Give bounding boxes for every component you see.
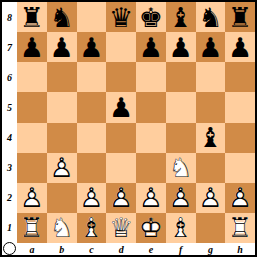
square-a7[interactable]: ♟: [17, 32, 47, 62]
square-d6[interactable]: [106, 62, 136, 92]
square-d8[interactable]: ♛: [106, 2, 136, 32]
square-g3[interactable]: [196, 153, 226, 183]
rank-label-1: 1: [2, 213, 17, 243]
white-bishop: ♗: [166, 213, 196, 243]
white-king: ♔: [136, 213, 166, 243]
square-c6[interactable]: [77, 62, 107, 92]
rank-label-7: 7: [2, 32, 17, 62]
square-e5[interactable]: [136, 92, 166, 122]
square-g1[interactable]: [196, 213, 226, 243]
square-h3[interactable]: [225, 153, 255, 183]
black-bishop: ♝: [166, 2, 196, 32]
white-rook-fill: ♜: [225, 213, 255, 243]
white-queen: ♕: [106, 213, 136, 243]
square-h7[interactable]: ♟: [225, 32, 255, 62]
rank-label-6: 6: [2, 62, 17, 92]
file-label-g: g: [196, 243, 226, 255]
rank-label-3: 3: [2, 153, 17, 183]
square-d5[interactable]: ♟: [106, 92, 136, 122]
black-pawn: ♟: [196, 32, 226, 62]
square-f7[interactable]: ♟: [166, 32, 196, 62]
chess-board: 8♜♞♛♚♝♞♜7♟♟♟♟♟♟♟65♟4♝3♟♙♞♘2♟♙♟♙♟♙♟♙♟♙♟♙♟…: [2, 2, 255, 255]
white-pawn-fill: ♟: [225, 183, 255, 213]
white-knight: ♘: [47, 213, 77, 243]
square-a5[interactable]: [17, 92, 47, 122]
square-h8[interactable]: ♜: [225, 2, 255, 32]
white-pawn: ♙: [106, 183, 136, 213]
square-h2[interactable]: ♟♙: [225, 183, 255, 213]
square-e4[interactable]: [136, 123, 166, 153]
square-b8[interactable]: ♞: [47, 2, 77, 32]
square-h1[interactable]: ♜♖: [225, 213, 255, 243]
black-knight: ♞: [47, 2, 77, 32]
black-rook: ♜: [17, 2, 47, 32]
board-corner: [2, 243, 17, 255]
black-pawn: ♟: [47, 32, 77, 62]
square-a3[interactable]: [17, 153, 47, 183]
square-b1[interactable]: ♞♘: [47, 213, 77, 243]
black-pawn: ♟: [106, 92, 136, 122]
square-b7[interactable]: ♟: [47, 32, 77, 62]
white-queen-fill: ♛: [106, 213, 136, 243]
file-label-e: e: [136, 243, 166, 255]
white-pawn-fill: ♟: [77, 183, 107, 213]
white-pawn: ♙: [47, 153, 77, 183]
white-bishop-fill: ♝: [166, 213, 196, 243]
black-knight: ♞: [196, 2, 226, 32]
square-g2[interactable]: ♟♙: [196, 183, 226, 213]
square-e6[interactable]: [136, 62, 166, 92]
white-pawn: ♙: [166, 183, 196, 213]
white-pawn: ♙: [77, 183, 107, 213]
white-bishop-fill: ♝: [77, 213, 107, 243]
square-b5[interactable]: [47, 92, 77, 122]
white-pawn-fill: ♟: [47, 153, 77, 183]
square-h4[interactable]: [225, 123, 255, 153]
file-label-h: h: [225, 243, 255, 255]
white-rook: ♖: [17, 213, 47, 243]
rank-label-4: 4: [2, 123, 17, 153]
square-d1[interactable]: ♛♕: [106, 213, 136, 243]
chess-board-frame: 8♜♞♛♚♝♞♜7♟♟♟♟♟♟♟65♟4♝3♟♙♞♘2♟♙♟♙♟♙♟♙♟♙♟♙♟…: [0, 0, 257, 257]
square-c8[interactable]: [77, 2, 107, 32]
square-g8[interactable]: ♞: [196, 2, 226, 32]
square-c1[interactable]: ♝♗: [77, 213, 107, 243]
square-c4[interactable]: [77, 123, 107, 153]
file-label-a: a: [17, 243, 47, 255]
square-e2[interactable]: ♟♙: [136, 183, 166, 213]
white-to-move-indicator: [3, 242, 16, 255]
white-bishop: ♗: [77, 213, 107, 243]
square-d4[interactable]: [106, 123, 136, 153]
white-knight: ♘: [166, 153, 196, 183]
square-g6[interactable]: [196, 62, 226, 92]
square-e3[interactable]: [136, 153, 166, 183]
black-king: ♚: [136, 2, 166, 32]
square-f1[interactable]: ♝♗: [166, 213, 196, 243]
square-a8[interactable]: ♜: [17, 2, 47, 32]
white-pawn-fill: ♟: [136, 183, 166, 213]
white-rook: ♖: [225, 213, 255, 243]
white-pawn-fill: ♟: [166, 183, 196, 213]
white-pawn-fill: ♟: [17, 183, 47, 213]
square-f5[interactable]: [166, 92, 196, 122]
rank-label-5: 5: [2, 92, 17, 122]
black-pawn: ♟: [17, 32, 47, 62]
square-e1[interactable]: ♚♔: [136, 213, 166, 243]
rank-label-8: 8: [2, 2, 17, 32]
square-c5[interactable]: [77, 92, 107, 122]
square-b2[interactable]: [47, 183, 77, 213]
file-label-d: d: [106, 243, 136, 255]
white-pawn: ♙: [17, 183, 47, 213]
square-a1[interactable]: ♜♖: [17, 213, 47, 243]
square-g5[interactable]: [196, 92, 226, 122]
square-e8[interactable]: ♚: [136, 2, 166, 32]
black-pawn: ♟: [225, 32, 255, 62]
black-pawn: ♟: [77, 32, 107, 62]
square-g7[interactable]: ♟: [196, 32, 226, 62]
square-c3[interactable]: [77, 153, 107, 183]
white-pawn: ♙: [196, 183, 226, 213]
square-a2[interactable]: ♟♙: [17, 183, 47, 213]
white-pawn-fill: ♟: [196, 183, 226, 213]
black-pawn: ♟: [166, 32, 196, 62]
rank-label-2: 2: [2, 183, 17, 213]
square-f4[interactable]: [166, 123, 196, 153]
square-d3[interactable]: [106, 153, 136, 183]
square-h6[interactable]: [225, 62, 255, 92]
black-rook: ♜: [225, 2, 255, 32]
square-c2[interactable]: ♟♙: [77, 183, 107, 213]
square-f3[interactable]: ♞♘: [166, 153, 196, 183]
file-label-f: f: [166, 243, 196, 255]
square-f6[interactable]: [166, 62, 196, 92]
white-knight-fill: ♞: [47, 213, 77, 243]
black-bishop: ♝: [196, 123, 226, 153]
white-king-fill: ♚: [136, 213, 166, 243]
square-b4[interactable]: [47, 123, 77, 153]
square-f8[interactable]: ♝: [166, 2, 196, 32]
square-b6[interactable]: [47, 62, 77, 92]
square-d7[interactable]: [106, 32, 136, 62]
black-pawn: ♟: [136, 32, 166, 62]
square-a4[interactable]: [17, 123, 47, 153]
square-f2[interactable]: ♟♙: [166, 183, 196, 213]
white-pawn: ♙: [225, 183, 255, 213]
square-b3[interactable]: ♟♙: [47, 153, 77, 183]
square-e7[interactable]: ♟: [136, 32, 166, 62]
square-a6[interactable]: [17, 62, 47, 92]
white-knight-fill: ♞: [166, 153, 196, 183]
white-rook-fill: ♜: [17, 213, 47, 243]
file-label-c: c: [77, 243, 107, 255]
square-h5[interactable]: [225, 92, 255, 122]
square-c7[interactable]: ♟: [77, 32, 107, 62]
square-g4[interactable]: ♝: [196, 123, 226, 153]
black-queen: ♛: [106, 2, 136, 32]
white-pawn: ♙: [136, 183, 166, 213]
square-d2[interactable]: ♟♙: [106, 183, 136, 213]
file-label-b: b: [47, 243, 77, 255]
white-pawn-fill: ♟: [106, 183, 136, 213]
